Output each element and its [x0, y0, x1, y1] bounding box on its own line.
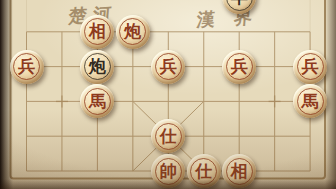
- piece-red-soldier[interactable]: 兵: [151, 50, 185, 84]
- piece-glyph: 兵: [231, 58, 248, 75]
- piece-glyph: 仕: [160, 127, 177, 144]
- piece-glyph: 相: [89, 23, 106, 40]
- piece-glyph: 馬: [89, 92, 106, 109]
- piece-red-elephant[interactable]: 相: [80, 15, 114, 49]
- piece-glyph: 仕: [195, 162, 212, 179]
- piece-red-advisor[interactable]: 仕: [187, 154, 221, 188]
- piece-glyph: 卒: [231, 0, 248, 5]
- piece-glyph: 炮: [124, 23, 141, 40]
- piece-red-soldier[interactable]: 兵: [293, 50, 327, 84]
- piece-red-soldier[interactable]: 兵: [222, 50, 256, 84]
- piece-glyph: 兵: [160, 58, 177, 75]
- piece-red-cannon[interactable]: 炮: [116, 15, 150, 49]
- piece-glyph: 炮: [89, 58, 106, 75]
- piece-glyph: 馬: [302, 92, 319, 109]
- piece-red-elephant[interactable]: 相: [222, 154, 256, 188]
- piece-glyph: 帥: [160, 162, 177, 179]
- piece-glyph: 相: [231, 162, 248, 179]
- piece-glyph: 兵: [18, 58, 35, 75]
- piece-glyph: 兵: [302, 58, 319, 75]
- piece-black-cannon[interactable]: 炮: [80, 50, 114, 84]
- piece-red-soldier[interactable]: 兵: [10, 50, 44, 84]
- xiangqi-board[interactable]: 楚河 漢界 卒相炮兵炮兵兵兵馬馬仕帥仕相: [0, 0, 336, 189]
